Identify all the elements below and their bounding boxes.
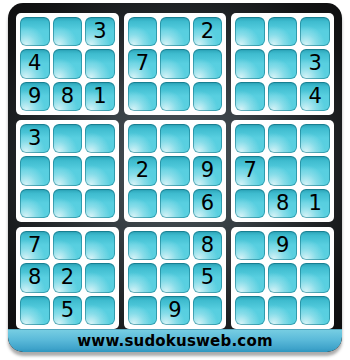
cell-r2c6[interactable]	[193, 49, 223, 78]
box-1-2: 27	[124, 13, 227, 115]
box-1-1: 34981	[16, 13, 119, 115]
cell-r6c3[interactable]	[85, 189, 115, 218]
cell-r4c4[interactable]	[128, 124, 158, 153]
cell-r2c1[interactable]: 4	[20, 49, 50, 78]
cell-r7c4[interactable]	[128, 231, 158, 260]
cell-r3c4[interactable]	[128, 82, 158, 111]
cell-r6c4[interactable]	[128, 189, 158, 218]
cell-r6c5[interactable]	[160, 189, 190, 218]
cell-r8c4[interactable]	[128, 263, 158, 292]
cell-r7c7[interactable]	[235, 231, 265, 260]
cell-r7c5[interactable]	[160, 231, 190, 260]
cell-r5c5[interactable]	[160, 156, 190, 185]
sudoku-board-panel: 349812734329678178258599 www.sudokusweb.…	[8, 3, 342, 352]
cell-r9c9[interactable]	[300, 296, 330, 325]
cell-r5c1[interactable]	[20, 156, 50, 185]
cell-r5c6[interactable]: 9	[193, 156, 223, 185]
cell-r1c4[interactable]	[128, 17, 158, 46]
footer-band: www.sudokusweb.com	[8, 329, 342, 352]
cell-r7c9[interactable]	[300, 231, 330, 260]
cell-r6c6[interactable]: 6	[193, 189, 223, 218]
cell-r9c4[interactable]	[128, 296, 158, 325]
cell-r4c9[interactable]	[300, 124, 330, 153]
cell-r1c6[interactable]: 2	[193, 17, 223, 46]
cell-r1c5[interactable]	[160, 17, 190, 46]
cell-r9c5[interactable]: 9	[160, 296, 190, 325]
cell-r5c2[interactable]	[53, 156, 83, 185]
cell-r8c5[interactable]	[160, 263, 190, 292]
cell-r4c7[interactable]	[235, 124, 265, 153]
cell-r5c3[interactable]	[85, 156, 115, 185]
cell-r1c2[interactable]	[53, 17, 83, 46]
cell-r2c7[interactable]	[235, 49, 265, 78]
cell-r3c2[interactable]: 8	[53, 82, 83, 111]
cell-r8c2[interactable]: 2	[53, 263, 83, 292]
cell-r3c7[interactable]	[235, 82, 265, 111]
cell-r1c9[interactable]	[300, 17, 330, 46]
cell-r4c2[interactable]	[53, 124, 83, 153]
cell-r6c7[interactable]	[235, 189, 265, 218]
cell-r5c7[interactable]: 7	[235, 156, 265, 185]
cell-r2c8[interactable]	[268, 49, 298, 78]
cell-r2c3[interactable]	[85, 49, 115, 78]
cell-r3c3[interactable]: 1	[85, 82, 115, 111]
box-3-1: 7825	[16, 227, 119, 329]
cell-r3c8[interactable]	[268, 82, 298, 111]
cell-r7c2[interactable]	[53, 231, 83, 260]
cell-r2c9[interactable]: 3	[300, 49, 330, 78]
cell-r7c6[interactable]: 8	[193, 231, 223, 260]
sudoku-grid: 349812734329678178258599	[8, 3, 342, 329]
cell-r3c1[interactable]: 9	[20, 82, 50, 111]
cell-r6c9[interactable]: 1	[300, 189, 330, 218]
cell-r6c8[interactable]: 8	[268, 189, 298, 218]
cell-r7c8[interactable]: 9	[268, 231, 298, 260]
cell-r3c9[interactable]: 4	[300, 82, 330, 111]
cell-r4c5[interactable]	[160, 124, 190, 153]
cell-r8c1[interactable]: 8	[20, 263, 50, 292]
box-2-1: 3	[16, 120, 119, 222]
cell-r1c7[interactable]	[235, 17, 265, 46]
cell-r8c7[interactable]	[235, 263, 265, 292]
cell-r9c6[interactable]	[193, 296, 223, 325]
site-url[interactable]: www.sudokusweb.com	[77, 332, 272, 350]
box-3-3: 9	[231, 227, 334, 329]
cell-r7c1[interactable]: 7	[20, 231, 50, 260]
cell-r2c2[interactable]	[53, 49, 83, 78]
box-2-3: 781	[231, 120, 334, 222]
cell-r4c8[interactable]	[268, 124, 298, 153]
cell-r8c3[interactable]	[85, 263, 115, 292]
cell-r8c8[interactable]	[268, 263, 298, 292]
box-1-3: 34	[231, 13, 334, 115]
cell-r9c8[interactable]	[268, 296, 298, 325]
cell-r1c1[interactable]	[20, 17, 50, 46]
cell-r1c8[interactable]	[268, 17, 298, 46]
box-3-2: 859	[124, 227, 227, 329]
cell-r9c1[interactable]	[20, 296, 50, 325]
cell-r9c2[interactable]: 5	[53, 296, 83, 325]
cell-r6c2[interactable]	[53, 189, 83, 218]
cell-r8c9[interactable]	[300, 263, 330, 292]
cell-r4c1[interactable]: 3	[20, 124, 50, 153]
cell-r9c7[interactable]	[235, 296, 265, 325]
cell-r4c6[interactable]	[193, 124, 223, 153]
cell-r9c3[interactable]	[85, 296, 115, 325]
cell-r8c6[interactable]: 5	[193, 263, 223, 292]
cell-r5c4[interactable]: 2	[128, 156, 158, 185]
cell-r2c5[interactable]	[160, 49, 190, 78]
cell-r1c3[interactable]: 3	[85, 17, 115, 46]
cell-r5c8[interactable]	[268, 156, 298, 185]
cell-r6c1[interactable]	[20, 189, 50, 218]
cell-r2c4[interactable]: 7	[128, 49, 158, 78]
cell-r5c9[interactable]	[300, 156, 330, 185]
cell-r3c6[interactable]	[193, 82, 223, 111]
box-2-2: 296	[124, 120, 227, 222]
cell-r4c3[interactable]	[85, 124, 115, 153]
cell-r3c5[interactable]	[160, 82, 190, 111]
cell-r7c3[interactable]	[85, 231, 115, 260]
